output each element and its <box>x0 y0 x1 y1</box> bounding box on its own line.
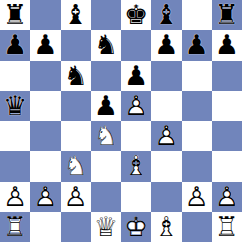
square-h8[interactable]: ♜ <box>212 0 242 30</box>
black-pawn[interactable]: ♟ <box>0 30 30 60</box>
square-c4[interactable] <box>61 121 91 151</box>
black-bishop[interactable]: ♝ <box>61 0 91 30</box>
square-c8[interactable]: ♝ <box>61 0 91 30</box>
square-f6[interactable] <box>151 61 181 91</box>
piece-outline: ♗ <box>151 212 181 242</box>
square-h3[interactable] <box>212 151 242 181</box>
square-c7[interactable] <box>61 30 91 60</box>
square-d5[interactable]: ♟ <box>91 91 121 121</box>
piece-outline: ♖ <box>212 212 242 242</box>
black-rook[interactable]: ♜ <box>212 0 242 30</box>
square-a6[interactable] <box>0 61 30 91</box>
square-f4[interactable]: ♟♙ <box>151 121 181 151</box>
square-f8[interactable]: ♝ <box>151 0 181 30</box>
square-d7[interactable]: ♞ <box>91 30 121 60</box>
piece-outline: ♙ <box>121 91 151 121</box>
white-pawn[interactable]: ♟♙ <box>0 182 30 212</box>
square-g2[interactable]: ♟♙ <box>182 182 212 212</box>
square-e7[interactable] <box>121 30 151 60</box>
black-queen[interactable]: ♛ <box>0 91 30 121</box>
white-bishop[interactable]: ♝♗ <box>151 212 181 242</box>
black-bishop[interactable]: ♝ <box>151 0 181 30</box>
black-king[interactable]: ♚ <box>121 0 151 30</box>
square-d6[interactable] <box>91 61 121 91</box>
square-c1[interactable] <box>61 212 91 242</box>
square-b8[interactable] <box>30 0 60 30</box>
piece-outline: ♗ <box>121 151 151 181</box>
black-pawn[interactable]: ♟ <box>91 91 121 121</box>
square-e4[interactable] <box>121 121 151 151</box>
square-f2[interactable] <box>151 182 181 212</box>
square-g3[interactable] <box>182 151 212 181</box>
white-bishop[interactable]: ♝♗ <box>121 151 151 181</box>
white-pawn[interactable]: ♟♙ <box>151 121 181 151</box>
square-a8[interactable]: ♜ <box>0 0 30 30</box>
square-c2[interactable]: ♟♙ <box>61 182 91 212</box>
square-g7[interactable]: ♟ <box>182 30 212 60</box>
square-g1[interactable] <box>182 212 212 242</box>
white-pawn[interactable]: ♟♙ <box>182 182 212 212</box>
square-h6[interactable] <box>212 61 242 91</box>
black-pawn[interactable]: ♟ <box>151 30 181 60</box>
white-queen[interactable]: ♛♕ <box>91 212 121 242</box>
square-e8[interactable]: ♚ <box>121 0 151 30</box>
piece-outline: ♕ <box>91 212 121 242</box>
black-rook[interactable]: ♜ <box>0 0 30 30</box>
square-f5[interactable] <box>151 91 181 121</box>
piece-outline: ♔ <box>121 212 151 242</box>
square-g4[interactable] <box>182 121 212 151</box>
chess-board: ♜♝♚♝♜♟♟♞♟♟♟♞♟♛♟♟♙♞♘♟♙♞♘♝♗♟♙♟♙♟♙♟♙♟♙♜♖♛♕♚… <box>0 0 242 242</box>
square-a3[interactable] <box>0 151 30 181</box>
piece-outline: ♖ <box>0 212 30 242</box>
black-pawn[interactable]: ♟ <box>121 61 151 91</box>
square-e6[interactable]: ♟ <box>121 61 151 91</box>
chess-board-container: ♜♝♚♝♜♟♟♞♟♟♟♞♟♛♟♟♙♞♘♟♙♞♘♝♗♟♙♟♙♟♙♟♙♟♙♜♖♛♕♚… <box>0 0 242 242</box>
piece-outline: ♙ <box>212 182 242 212</box>
piece-outline: ♙ <box>0 182 30 212</box>
square-h4[interactable] <box>212 121 242 151</box>
piece-outline: ♙ <box>151 121 181 151</box>
white-king[interactable]: ♚♔ <box>121 212 151 242</box>
square-a5[interactable]: ♛ <box>0 91 30 121</box>
square-e3[interactable]: ♝♗ <box>121 151 151 181</box>
square-b6[interactable] <box>30 61 60 91</box>
square-c6[interactable]: ♞ <box>61 61 91 91</box>
square-h5[interactable] <box>212 91 242 121</box>
square-d4[interactable]: ♞♘ <box>91 121 121 151</box>
white-pawn[interactable]: ♟♙ <box>30 182 60 212</box>
square-e2[interactable] <box>121 182 151 212</box>
square-a7[interactable]: ♟ <box>0 30 30 60</box>
white-knight[interactable]: ♞♘ <box>61 151 91 181</box>
piece-outline: ♙ <box>182 182 212 212</box>
black-pawn[interactable]: ♟ <box>182 30 212 60</box>
white-pawn[interactable]: ♟♙ <box>121 91 151 121</box>
square-a1[interactable]: ♜♖ <box>0 212 30 242</box>
white-pawn[interactable]: ♟♙ <box>61 182 91 212</box>
square-h2[interactable]: ♟♙ <box>212 182 242 212</box>
square-a2[interactable]: ♟♙ <box>0 182 30 212</box>
square-d8[interactable] <box>91 0 121 30</box>
square-d1[interactable]: ♛♕ <box>91 212 121 242</box>
square-e1[interactable]: ♚♔ <box>121 212 151 242</box>
square-d2[interactable] <box>91 182 121 212</box>
square-e5[interactable]: ♟♙ <box>121 91 151 121</box>
square-f1[interactable]: ♝♗ <box>151 212 181 242</box>
piece-outline: ♙ <box>30 182 60 212</box>
white-knight[interactable]: ♞♘ <box>91 121 121 151</box>
black-knight[interactable]: ♞ <box>91 30 121 60</box>
square-c3[interactable]: ♞♘ <box>61 151 91 181</box>
square-c5[interactable] <box>61 91 91 121</box>
square-f3[interactable] <box>151 151 181 181</box>
white-pawn[interactable]: ♟♙ <box>212 182 242 212</box>
square-h1[interactable]: ♜♖ <box>212 212 242 242</box>
square-a4[interactable] <box>0 121 30 151</box>
black-knight[interactable]: ♞ <box>61 61 91 91</box>
white-rook[interactable]: ♜♖ <box>0 212 30 242</box>
square-g8[interactable] <box>182 0 212 30</box>
square-g6[interactable] <box>182 61 212 91</box>
square-h7[interactable]: ♟ <box>212 30 242 60</box>
piece-outline: ♙ <box>61 182 91 212</box>
square-d3[interactable] <box>91 151 121 181</box>
square-b3[interactable] <box>30 151 60 181</box>
square-f7[interactable]: ♟ <box>151 30 181 60</box>
square-b2[interactable]: ♟♙ <box>30 182 60 212</box>
square-b7[interactable]: ♟ <box>30 30 60 60</box>
square-b5[interactable] <box>30 91 60 121</box>
white-rook[interactable]: ♜♖ <box>212 212 242 242</box>
piece-outline: ♘ <box>91 121 121 151</box>
black-pawn[interactable]: ♟ <box>30 30 60 60</box>
piece-outline: ♘ <box>61 151 91 181</box>
square-g5[interactable] <box>182 91 212 121</box>
square-b4[interactable] <box>30 121 60 151</box>
black-pawn[interactable]: ♟ <box>212 30 242 60</box>
square-b1[interactable] <box>30 212 60 242</box>
